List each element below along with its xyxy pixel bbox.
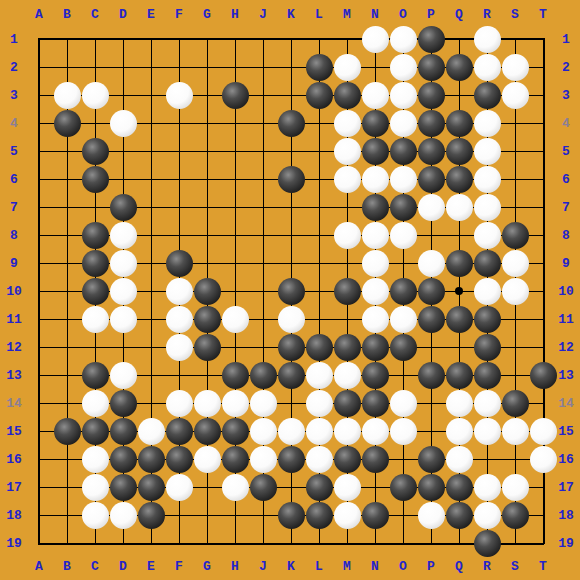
black-stone-E16	[138, 446, 165, 473]
white-stone-D4	[110, 110, 137, 137]
white-stone-D9	[110, 250, 137, 277]
white-stone-S3	[502, 82, 529, 109]
white-stone-F17	[166, 474, 193, 501]
col-label-bottom-L: L	[315, 560, 323, 573]
black-stone-N12	[362, 334, 389, 361]
row-label-right-10: 10	[558, 285, 574, 298]
row-label-left-12: 12	[6, 341, 22, 354]
black-stone-H13	[222, 362, 249, 389]
black-stone-Q4	[446, 110, 473, 137]
black-stone-P13	[418, 362, 445, 389]
black-stone-Q18	[446, 502, 473, 529]
black-stone-P2	[418, 54, 445, 81]
col-label-top-F: F	[175, 8, 183, 21]
black-stone-C10	[82, 278, 109, 305]
white-stone-R6	[474, 166, 501, 193]
black-stone-R19	[474, 530, 501, 557]
black-stone-D7	[110, 194, 137, 221]
col-label-bottom-H: H	[231, 560, 239, 573]
black-stone-M3	[334, 82, 361, 109]
black-stone-S14	[502, 390, 529, 417]
white-stone-M8	[334, 222, 361, 249]
col-label-bottom-F: F	[175, 560, 183, 573]
black-stone-K4	[278, 110, 305, 137]
white-stone-R1	[474, 26, 501, 53]
col-label-bottom-A: A	[35, 560, 43, 573]
black-stone-D14	[110, 390, 137, 417]
white-stone-Q14	[446, 390, 473, 417]
white-stone-R18	[474, 502, 501, 529]
black-stone-C8	[82, 222, 109, 249]
black-stone-P11	[418, 306, 445, 333]
white-stone-N3	[362, 82, 389, 109]
col-label-top-C: C	[91, 8, 99, 21]
white-stone-M6	[334, 166, 361, 193]
white-stone-F14	[166, 390, 193, 417]
black-stone-Q17	[446, 474, 473, 501]
white-stone-M2	[334, 54, 361, 81]
black-stone-O12	[390, 334, 417, 361]
black-stone-P5	[418, 138, 445, 165]
black-stone-R9	[474, 250, 501, 277]
black-stone-T13	[530, 362, 557, 389]
black-stone-K16	[278, 446, 305, 473]
white-stone-M4	[334, 110, 361, 137]
white-stone-O15	[390, 418, 417, 445]
white-stone-D11	[110, 306, 137, 333]
white-stone-O1	[390, 26, 417, 53]
col-label-bottom-M: M	[343, 560, 351, 573]
black-stone-B4	[54, 110, 81, 137]
white-stone-R2	[474, 54, 501, 81]
col-label-bottom-Q: Q	[455, 560, 463, 573]
white-stone-M17	[334, 474, 361, 501]
black-stone-R12	[474, 334, 501, 361]
white-stone-T15	[530, 418, 557, 445]
row-label-left-4: 4	[10, 117, 18, 130]
white-stone-R15	[474, 418, 501, 445]
white-stone-O2	[390, 54, 417, 81]
white-stone-J14	[250, 390, 277, 417]
black-stone-N16	[362, 446, 389, 473]
white-stone-O8	[390, 222, 417, 249]
row-label-left-8: 8	[10, 229, 18, 242]
row-label-left-13: 13	[6, 369, 22, 382]
white-stone-P7	[418, 194, 445, 221]
row-label-right-12: 12	[558, 341, 574, 354]
row-label-left-15: 15	[6, 425, 22, 438]
row-label-right-1: 1	[562, 33, 570, 46]
black-stone-N5	[362, 138, 389, 165]
black-stone-F16	[166, 446, 193, 473]
white-stone-S2	[502, 54, 529, 81]
row-label-right-7: 7	[562, 201, 570, 214]
white-stone-J15	[250, 418, 277, 445]
black-stone-Q5	[446, 138, 473, 165]
row-label-left-10: 10	[6, 285, 22, 298]
black-stone-D15	[110, 418, 137, 445]
col-label-top-L: L	[315, 8, 323, 21]
black-stone-N7	[362, 194, 389, 221]
white-stone-G14	[194, 390, 221, 417]
black-stone-S8	[502, 222, 529, 249]
col-label-bottom-P: P	[427, 560, 435, 573]
row-label-left-5: 5	[10, 145, 18, 158]
black-stone-B15	[54, 418, 81, 445]
white-stone-N11	[362, 306, 389, 333]
row-label-right-2: 2	[562, 61, 570, 74]
black-stone-N4	[362, 110, 389, 137]
white-stone-C11	[82, 306, 109, 333]
black-stone-E17	[138, 474, 165, 501]
col-label-top-G: G	[203, 8, 211, 21]
white-stone-P18	[418, 502, 445, 529]
black-stone-G15	[194, 418, 221, 445]
col-label-top-N: N	[371, 8, 379, 21]
white-stone-D10	[110, 278, 137, 305]
black-stone-K13	[278, 362, 305, 389]
col-label-top-S: S	[511, 8, 519, 21]
col-label-top-E: E	[147, 8, 155, 21]
black-stone-L17	[306, 474, 333, 501]
white-stone-H17	[222, 474, 249, 501]
black-stone-P1	[418, 26, 445, 53]
black-stone-J13	[250, 362, 277, 389]
col-label-bottom-C: C	[91, 560, 99, 573]
white-stone-M15	[334, 418, 361, 445]
white-stone-Q15	[446, 418, 473, 445]
col-label-bottom-R: R	[483, 560, 491, 573]
col-label-top-K: K	[287, 8, 295, 21]
black-stone-P4	[418, 110, 445, 137]
white-stone-E15	[138, 418, 165, 445]
white-stone-R4	[474, 110, 501, 137]
white-stone-J16	[250, 446, 277, 473]
row-label-right-13: 13	[558, 369, 574, 382]
black-stone-N18	[362, 502, 389, 529]
row-label-right-3: 3	[562, 89, 570, 102]
black-stone-O5	[390, 138, 417, 165]
row-label-left-17: 17	[6, 481, 22, 494]
black-stone-K18	[278, 502, 305, 529]
black-stone-P3	[418, 82, 445, 109]
black-stone-N13	[362, 362, 389, 389]
white-stone-M18	[334, 502, 361, 529]
white-stone-N15	[362, 418, 389, 445]
black-stone-E18	[138, 502, 165, 529]
col-label-top-O: O	[399, 8, 407, 21]
black-stone-C15	[82, 418, 109, 445]
white-stone-S17	[502, 474, 529, 501]
col-label-top-M: M	[343, 8, 351, 21]
white-stone-F10	[166, 278, 193, 305]
white-stone-R7	[474, 194, 501, 221]
black-stone-D16	[110, 446, 137, 473]
white-stone-K15	[278, 418, 305, 445]
white-stone-L14	[306, 390, 333, 417]
row-label-left-1: 1	[10, 33, 18, 46]
col-label-top-R: R	[483, 8, 491, 21]
white-stone-M5	[334, 138, 361, 165]
white-stone-L16	[306, 446, 333, 473]
black-stone-G11	[194, 306, 221, 333]
black-stone-O7	[390, 194, 417, 221]
white-stone-O14	[390, 390, 417, 417]
row-label-right-6: 6	[562, 173, 570, 186]
white-stone-C3	[82, 82, 109, 109]
row-label-left-18: 18	[6, 509, 22, 522]
white-stone-S15	[502, 418, 529, 445]
col-label-top-Q: Q	[455, 8, 463, 21]
black-stone-P6	[418, 166, 445, 193]
black-stone-J17	[250, 474, 277, 501]
white-stone-G16	[194, 446, 221, 473]
white-stone-C14	[82, 390, 109, 417]
white-stone-D18	[110, 502, 137, 529]
white-stone-C16	[82, 446, 109, 473]
star-point-Q10	[455, 287, 463, 295]
black-stone-O10	[390, 278, 417, 305]
white-stone-C17	[82, 474, 109, 501]
row-label-right-16: 16	[558, 453, 574, 466]
black-stone-C9	[82, 250, 109, 277]
row-label-right-5: 5	[562, 145, 570, 158]
row-label-right-18: 18	[558, 509, 574, 522]
black-stone-M14	[334, 390, 361, 417]
white-stone-F3	[166, 82, 193, 109]
black-stone-F15	[166, 418, 193, 445]
black-stone-P16	[418, 446, 445, 473]
col-label-top-J: J	[259, 8, 267, 21]
row-label-right-4: 4	[562, 117, 570, 130]
col-label-bottom-J: J	[259, 560, 267, 573]
black-stone-M16	[334, 446, 361, 473]
black-stone-M12	[334, 334, 361, 361]
col-label-bottom-K: K	[287, 560, 295, 573]
white-stone-H14	[222, 390, 249, 417]
white-stone-P9	[418, 250, 445, 277]
row-label-right-19: 19	[558, 537, 574, 550]
black-stone-H15	[222, 418, 249, 445]
white-stone-R10	[474, 278, 501, 305]
row-label-left-6: 6	[10, 173, 18, 186]
row-label-left-7: 7	[10, 201, 18, 214]
row-label-right-9: 9	[562, 257, 570, 270]
white-stone-R17	[474, 474, 501, 501]
white-stone-C18	[82, 502, 109, 529]
row-label-left-2: 2	[10, 61, 18, 74]
white-stone-N9	[362, 250, 389, 277]
white-stone-R14	[474, 390, 501, 417]
black-stone-L12	[306, 334, 333, 361]
col-label-bottom-T: T	[539, 560, 547, 573]
white-stone-T16	[530, 446, 557, 473]
white-stone-S10	[502, 278, 529, 305]
white-stone-K11	[278, 306, 305, 333]
black-stone-L18	[306, 502, 333, 529]
black-stone-H3	[222, 82, 249, 109]
white-stone-N1	[362, 26, 389, 53]
go-board-app: AABBCCDDEEFFGGHHJJKKLLMMNNOOPPQQRRSSTT11…	[0, 0, 580, 580]
col-label-bottom-O: O	[399, 560, 407, 573]
black-stone-O17	[390, 474, 417, 501]
white-stone-F12	[166, 334, 193, 361]
col-label-top-D: D	[119, 8, 127, 21]
black-stone-L3	[306, 82, 333, 109]
white-stone-D13	[110, 362, 137, 389]
black-stone-C13	[82, 362, 109, 389]
row-label-right-8: 8	[562, 229, 570, 242]
black-stone-Q11	[446, 306, 473, 333]
black-stone-G12	[194, 334, 221, 361]
row-label-left-11: 11	[6, 313, 22, 326]
white-stone-L13	[306, 362, 333, 389]
white-stone-B3	[54, 82, 81, 109]
col-label-top-B: B	[63, 8, 71, 21]
col-label-bottom-D: D	[119, 560, 127, 573]
white-stone-O3	[390, 82, 417, 109]
white-stone-Q16	[446, 446, 473, 473]
col-label-bottom-N: N	[371, 560, 379, 573]
col-label-bottom-S: S	[511, 560, 519, 573]
col-label-bottom-B: B	[63, 560, 71, 573]
black-stone-K6	[278, 166, 305, 193]
row-label-left-19: 19	[6, 537, 22, 550]
row-label-right-14: 14	[558, 397, 574, 410]
white-stone-D8	[110, 222, 137, 249]
col-label-top-H: H	[231, 8, 239, 21]
white-stone-L15	[306, 418, 333, 445]
col-label-bottom-G: G	[203, 560, 211, 573]
black-stone-P17	[418, 474, 445, 501]
row-label-left-9: 9	[10, 257, 18, 270]
col-label-bottom-E: E	[147, 560, 155, 573]
row-label-right-15: 15	[558, 425, 574, 438]
white-stone-O11	[390, 306, 417, 333]
black-stone-Q13	[446, 362, 473, 389]
white-stone-O4	[390, 110, 417, 137]
col-label-top-A: A	[35, 8, 43, 21]
black-stone-D17	[110, 474, 137, 501]
black-stone-P10	[418, 278, 445, 305]
black-stone-K12	[278, 334, 305, 361]
row-label-left-14: 14	[6, 397, 22, 410]
black-stone-G10	[194, 278, 221, 305]
black-stone-Q9	[446, 250, 473, 277]
row-label-left-16: 16	[6, 453, 22, 466]
white-stone-H11	[222, 306, 249, 333]
black-stone-R3	[474, 82, 501, 109]
black-stone-R11	[474, 306, 501, 333]
row-label-right-11: 11	[558, 313, 574, 326]
white-stone-S9	[502, 250, 529, 277]
white-stone-N10	[362, 278, 389, 305]
black-stone-M10	[334, 278, 361, 305]
white-stone-N6	[362, 166, 389, 193]
black-stone-C6	[82, 166, 109, 193]
black-stone-F9	[166, 250, 193, 277]
black-stone-R13	[474, 362, 501, 389]
white-stone-F11	[166, 306, 193, 333]
black-stone-Q2	[446, 54, 473, 81]
black-stone-K10	[278, 278, 305, 305]
black-stone-S18	[502, 502, 529, 529]
black-stone-H16	[222, 446, 249, 473]
grid-line-horizontal	[38, 543, 544, 545]
col-label-top-P: P	[427, 8, 435, 21]
white-stone-R5	[474, 138, 501, 165]
black-stone-L2	[306, 54, 333, 81]
col-label-top-T: T	[539, 8, 547, 21]
white-stone-R8	[474, 222, 501, 249]
white-stone-N8	[362, 222, 389, 249]
black-stone-C5	[82, 138, 109, 165]
black-stone-Q6	[446, 166, 473, 193]
row-label-right-17: 17	[558, 481, 574, 494]
white-stone-M13	[334, 362, 361, 389]
row-label-left-3: 3	[10, 89, 18, 102]
black-stone-N14	[362, 390, 389, 417]
white-stone-Q7	[446, 194, 473, 221]
white-stone-O6	[390, 166, 417, 193]
